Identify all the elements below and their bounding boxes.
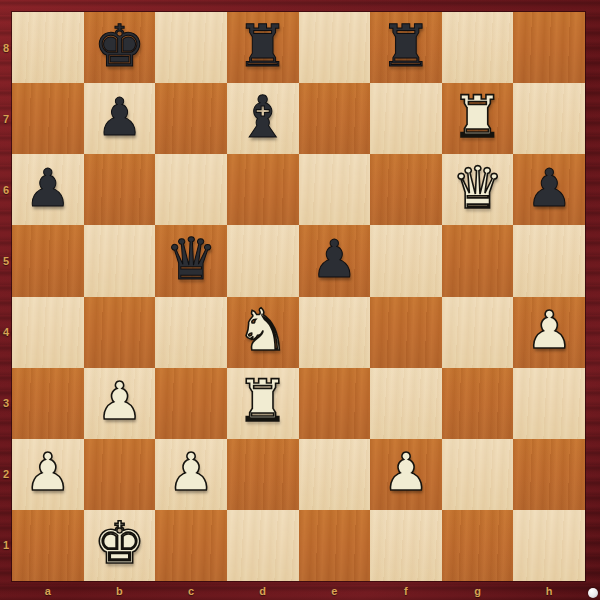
rank-label-2: 2	[0, 439, 12, 510]
piece-black-pawn[interactable]: ♟	[526, 162, 573, 214]
square-f4[interactable]	[370, 297, 442, 368]
rank-label-4: 4	[0, 297, 12, 368]
square-g4[interactable]	[442, 297, 514, 368]
square-c3[interactable]	[155, 368, 227, 439]
square-h7[interactable]	[513, 83, 585, 154]
square-h3[interactable]	[513, 368, 585, 439]
piece-black-pawn[interactable]: ♟	[25, 162, 72, 214]
square-b1[interactable]: ♚	[84, 510, 156, 581]
square-f8[interactable]: ♜	[370, 12, 442, 83]
piece-white-pawn[interactable]: ♟	[96, 375, 143, 427]
square-f5[interactable]	[370, 225, 442, 296]
square-d2[interactable]	[227, 439, 299, 510]
square-e1[interactable]	[299, 510, 371, 581]
file-label-a: a	[12, 581, 84, 600]
file-label-f: f	[370, 581, 442, 600]
square-h5[interactable]	[513, 225, 585, 296]
chess-app-window: 87654321 ♚♜♜♟♝♜♟♛♟♛♟♞♟♟♜♟♟♟♚ abcdefgh	[0, 0, 600, 600]
square-h1[interactable]	[513, 510, 585, 581]
square-b6[interactable]	[84, 154, 156, 225]
piece-black-king[interactable]: ♚	[93, 17, 145, 75]
piece-white-pawn[interactable]: ♟	[526, 304, 573, 356]
square-h8[interactable]	[513, 12, 585, 83]
piece-black-rook[interactable]: ♜	[380, 17, 432, 75]
piece-black-queen[interactable]: ♛	[165, 230, 217, 288]
square-a3[interactable]	[12, 368, 84, 439]
square-d8[interactable]: ♜	[227, 12, 299, 83]
square-f2[interactable]: ♟	[370, 439, 442, 510]
square-b3[interactable]: ♟	[84, 368, 156, 439]
piece-black-bishop[interactable]: ♝	[237, 88, 289, 146]
piece-white-king[interactable]: ♚	[93, 514, 145, 572]
piece-white-rook[interactable]: ♜	[237, 372, 289, 430]
piece-white-pawn[interactable]: ♟	[168, 446, 215, 498]
square-a7[interactable]	[12, 83, 84, 154]
square-h4[interactable]: ♟	[513, 297, 585, 368]
square-f7[interactable]	[370, 83, 442, 154]
square-e8[interactable]	[299, 12, 371, 83]
square-b4[interactable]	[84, 297, 156, 368]
file-label-c: c	[155, 581, 227, 600]
square-h2[interactable]	[513, 439, 585, 510]
piece-white-rook[interactable]: ♜	[452, 88, 504, 146]
square-e3[interactable]	[299, 368, 371, 439]
piece-white-pawn[interactable]: ♟	[383, 446, 430, 498]
file-labels: abcdefgh	[12, 581, 585, 600]
rank-label-1: 1	[0, 510, 12, 581]
square-c4[interactable]	[155, 297, 227, 368]
rank-labels: 87654321	[0, 12, 12, 581]
square-f1[interactable]	[370, 510, 442, 581]
square-e5[interactable]: ♟	[299, 225, 371, 296]
square-c5[interactable]: ♛	[155, 225, 227, 296]
file-label-e: e	[299, 581, 371, 600]
piece-black-rook[interactable]: ♜	[237, 17, 289, 75]
square-g1[interactable]	[442, 510, 514, 581]
square-c2[interactable]: ♟	[155, 439, 227, 510]
piece-white-knight[interactable]: ♞	[237, 301, 289, 359]
square-c1[interactable]	[155, 510, 227, 581]
piece-white-queen[interactable]: ♛	[452, 159, 504, 217]
rank-label-3: 3	[0, 368, 12, 439]
square-g3[interactable]	[442, 368, 514, 439]
square-f3[interactable]	[370, 368, 442, 439]
square-g7[interactable]: ♜	[442, 83, 514, 154]
rank-label-5: 5	[0, 225, 12, 296]
square-f6[interactable]	[370, 154, 442, 225]
square-c7[interactable]	[155, 83, 227, 154]
square-d5[interactable]	[227, 225, 299, 296]
piece-black-pawn[interactable]: ♟	[311, 233, 358, 285]
rank-label-6: 6	[0, 154, 12, 225]
square-h6[interactable]: ♟	[513, 154, 585, 225]
file-label-h: h	[513, 581, 585, 600]
file-label-g: g	[442, 581, 514, 600]
square-g8[interactable]	[442, 12, 514, 83]
square-g5[interactable]	[442, 225, 514, 296]
square-d3[interactable]: ♜	[227, 368, 299, 439]
square-e4[interactable]	[299, 297, 371, 368]
square-b7[interactable]: ♟	[84, 83, 156, 154]
square-e7[interactable]	[299, 83, 371, 154]
file-label-b: b	[84, 581, 156, 600]
piece-black-pawn[interactable]: ♟	[96, 91, 143, 143]
square-c6[interactable]	[155, 154, 227, 225]
square-a8[interactable]	[12, 12, 84, 83]
square-d4[interactable]: ♞	[227, 297, 299, 368]
square-d6[interactable]	[227, 154, 299, 225]
square-a1[interactable]	[12, 510, 84, 581]
rank-label-7: 7	[0, 83, 12, 154]
square-a6[interactable]: ♟	[12, 154, 84, 225]
square-a4[interactable]	[12, 297, 84, 368]
file-label-d: d	[227, 581, 299, 600]
square-e6[interactable]	[299, 154, 371, 225]
square-b8[interactable]: ♚	[84, 12, 156, 83]
square-a2[interactable]: ♟	[12, 439, 84, 510]
square-e2[interactable]	[299, 439, 371, 510]
square-c8[interactable]	[155, 12, 227, 83]
square-b2[interactable]	[84, 439, 156, 510]
rank-label-8: 8	[0, 12, 12, 83]
piece-white-pawn[interactable]: ♟	[25, 446, 72, 498]
chess-board: ♚♜♜♟♝♜♟♛♟♛♟♞♟♟♜♟♟♟♚	[12, 12, 585, 581]
square-d1[interactable]	[227, 510, 299, 581]
square-g6[interactable]: ♛	[442, 154, 514, 225]
square-g2[interactable]	[442, 439, 514, 510]
white-to-move-indicator	[588, 588, 598, 598]
square-d7[interactable]: ♝	[227, 83, 299, 154]
square-b5[interactable]	[84, 225, 156, 296]
square-a5[interactable]	[12, 225, 84, 296]
